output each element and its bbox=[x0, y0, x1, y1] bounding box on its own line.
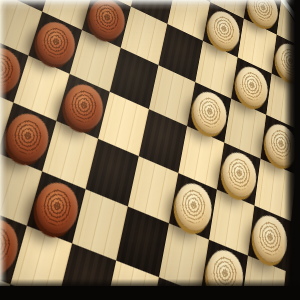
piece-ring-grooves bbox=[37, 183, 76, 230]
checkers-board bbox=[0, 0, 300, 300]
piece-ring-grooves bbox=[209, 251, 240, 297]
piece-ring-grooves bbox=[195, 92, 224, 132]
piece-ring-grooves bbox=[238, 67, 265, 105]
piece-ring-grooves bbox=[177, 184, 209, 228]
piece-ring-grooves bbox=[256, 217, 284, 260]
piece-ring-grooves bbox=[225, 153, 254, 194]
piece-ring-grooves bbox=[278, 44, 300, 80]
checkers-photo-icon bbox=[0, 0, 300, 300]
piece-ring-grooves bbox=[91, 0, 123, 38]
piece-ring-grooves bbox=[8, 114, 47, 159]
piece-ring-grooves bbox=[38, 22, 73, 63]
piece-ring-grooves bbox=[210, 11, 237, 47]
piece-ring-grooves bbox=[268, 125, 294, 164]
piece-ring-grooves bbox=[66, 85, 101, 128]
